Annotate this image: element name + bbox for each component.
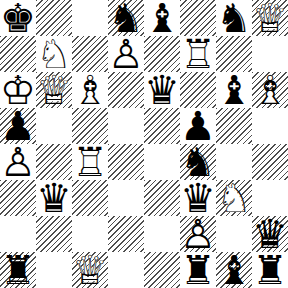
square-e3[interactable]: [144, 180, 180, 216]
piece-wb: ♝♗: [252, 72, 288, 108]
square-e6[interactable]: ♛: [144, 72, 180, 108]
square-b3[interactable]: ♛: [36, 180, 72, 216]
piece-wp: ♟♙: [108, 36, 144, 72]
piece-glyph: ♙: [0, 144, 36, 180]
piece-glyph: ♖: [180, 36, 216, 72]
piece-wr: ♜♖: [180, 36, 216, 72]
piece-wq: ♛♕: [72, 252, 108, 288]
square-d1[interactable]: [108, 252, 144, 288]
square-c6[interactable]: ♝♗: [72, 72, 108, 108]
square-g3[interactable]: ♞♘: [216, 180, 252, 216]
square-b6[interactable]: ♛♕: [36, 72, 72, 108]
square-f1[interactable]: ♜: [180, 252, 216, 288]
square-d5[interactable]: [108, 108, 144, 144]
square-d4[interactable]: [108, 144, 144, 180]
piece-glyph: ♝: [144, 0, 180, 36]
piece-wq: ♛♕: [36, 72, 72, 108]
piece-glyph: ♞: [216, 0, 252, 36]
square-d6[interactable]: [108, 72, 144, 108]
piece-glyph: ♕: [252, 0, 288, 36]
piece-glyph: ♗: [72, 72, 108, 108]
square-c4[interactable]: ♜♖: [72, 144, 108, 180]
piece-glyph: ♖: [72, 144, 108, 180]
chess-board: ♚♞♝♞♛♕♞♘♟♙♜♖♚♔♛♕♝♗♛♝♝♗♟♟♟♙♜♖♞♛♛♞♘♟♙♛♜♛♕♜…: [0, 0, 288, 288]
square-e8[interactable]: ♝: [144, 0, 180, 36]
square-g8[interactable]: ♞: [216, 0, 252, 36]
square-e5[interactable]: [144, 108, 180, 144]
piece-bb: ♝: [216, 72, 252, 108]
square-d2[interactable]: [108, 216, 144, 252]
square-h4[interactable]: [252, 144, 288, 180]
piece-glyph: ♛: [144, 72, 180, 108]
square-a3[interactable]: [0, 180, 36, 216]
piece-br: ♜: [180, 252, 216, 288]
square-a8[interactable]: ♚: [0, 0, 36, 36]
piece-glyph: ♝: [216, 252, 252, 288]
square-c8[interactable]: [72, 0, 108, 36]
square-h1[interactable]: ♜: [252, 252, 288, 288]
piece-glyph: ♗: [252, 72, 288, 108]
piece-bb: ♝: [144, 0, 180, 36]
square-d7[interactable]: ♟♙: [108, 36, 144, 72]
piece-wr: ♜♖: [72, 144, 108, 180]
piece-wp: ♟♙: [0, 144, 36, 180]
square-h6[interactable]: ♝♗: [252, 72, 288, 108]
piece-bq: ♛: [36, 180, 72, 216]
piece-wb: ♝♗: [72, 72, 108, 108]
piece-glyph: ♘: [216, 180, 252, 216]
square-d3[interactable]: [108, 180, 144, 216]
piece-br: ♜: [0, 252, 36, 288]
square-g1[interactable]: ♝: [216, 252, 252, 288]
square-a1[interactable]: ♜: [0, 252, 36, 288]
square-b2[interactable]: [36, 216, 72, 252]
piece-glyph: ♕: [36, 72, 72, 108]
square-h8[interactable]: ♛♕: [252, 0, 288, 36]
piece-glyph: ♜: [180, 252, 216, 288]
piece-bb: ♝: [216, 252, 252, 288]
piece-glyph: ♚: [0, 0, 36, 36]
piece-glyph: ♙: [108, 36, 144, 72]
square-h5[interactable]: [252, 108, 288, 144]
square-e4[interactable]: [144, 144, 180, 180]
piece-glyph: ♝: [216, 72, 252, 108]
piece-glyph: ♕: [72, 252, 108, 288]
square-e1[interactable]: [144, 252, 180, 288]
piece-glyph: ♛: [36, 180, 72, 216]
square-c1[interactable]: ♛♕: [72, 252, 108, 288]
square-b5[interactable]: [36, 108, 72, 144]
piece-glyph: ♜: [252, 252, 288, 288]
piece-glyph: ♜: [0, 252, 36, 288]
piece-bk: ♚: [0, 0, 36, 36]
piece-br: ♜: [252, 252, 288, 288]
square-c3[interactable]: [72, 180, 108, 216]
square-g5[interactable]: [216, 108, 252, 144]
piece-wn: ♞♘: [216, 180, 252, 216]
square-a4[interactable]: ♟♙: [0, 144, 36, 180]
square-b1[interactable]: [36, 252, 72, 288]
square-g6[interactable]: ♝: [216, 72, 252, 108]
square-e2[interactable]: [144, 216, 180, 252]
piece-bq: ♛: [144, 72, 180, 108]
piece-bn: ♞: [216, 0, 252, 36]
piece-wq: ♛♕: [252, 0, 288, 36]
square-f7[interactable]: ♜♖: [180, 36, 216, 72]
